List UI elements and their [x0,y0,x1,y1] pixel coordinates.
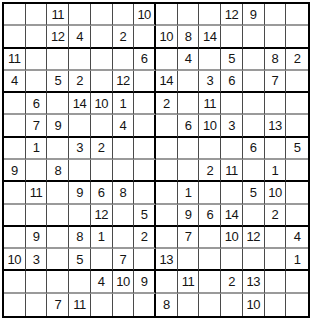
grid-cell[interactable] [26,271,48,293]
grid-cell[interactable] [4,93,26,115]
grid-cell[interactable]: 2 [134,227,156,249]
grid-cell[interactable]: 8 [178,26,200,48]
grid-cell[interactable]: 5 [243,182,265,204]
grid-cell[interactable]: 6 [26,93,48,115]
grid-cell[interactable] [26,205,48,227]
grid-cell[interactable]: 5 [134,205,156,227]
grid-cell[interactable]: 14 [156,71,178,93]
grid-cell[interactable]: 4 [286,227,308,249]
grid-cell[interactable] [156,115,178,137]
grid-cell[interactable]: 8 [265,49,287,71]
grid-cell[interactable]: 6 [221,71,243,93]
grid-cell[interactable]: 3 [221,115,243,137]
grid-cell[interactable] [199,4,221,26]
grid-cell[interactable] [178,138,200,160]
grid-cell[interactable] [91,115,113,137]
grid-cell[interactable] [69,4,91,26]
grid-cell[interactable] [199,182,221,204]
grid-cell[interactable] [91,160,113,182]
grid-cell[interactable]: 2 [286,49,308,71]
grid-cell[interactable] [243,26,265,48]
grid-cell[interactable] [243,71,265,93]
grid-cell[interactable]: 3 [199,71,221,93]
grid-cell[interactable] [265,294,287,316]
grid-cell[interactable] [113,138,135,160]
grid-cell[interactable]: 12 [91,205,113,227]
grid-cell[interactable] [26,294,48,316]
grid-cell[interactable] [286,26,308,48]
grid-cell[interactable] [134,26,156,48]
grid-cell[interactable] [243,115,265,137]
grid-cell[interactable] [26,71,48,93]
grid-cell[interactable]: 10 [265,182,287,204]
grid-cell[interactable]: 10 [113,271,135,293]
grid-cell[interactable] [178,160,200,182]
grid-cell[interactable]: 11 [178,271,200,293]
grid-cell[interactable]: 9 [178,205,200,227]
grid-cell[interactable]: 2 [91,138,113,160]
grid-cell[interactable]: 7 [47,294,69,316]
grid-cell[interactable]: 9 [4,160,26,182]
grid-cell[interactable]: 2 [265,205,287,227]
grid-cell[interactable] [286,4,308,26]
grid-cell[interactable] [221,26,243,48]
grid-cell[interactable]: 7 [265,71,287,93]
grid-cell[interactable] [134,160,156,182]
grid-cell[interactable]: 13 [243,271,265,293]
grid-cell[interactable] [265,26,287,48]
grid-cell[interactable] [156,205,178,227]
grid-cell[interactable] [4,205,26,227]
grid-cell[interactable] [178,4,200,26]
grid-cell[interactable] [4,271,26,293]
grid-cell[interactable] [156,160,178,182]
grid-cell[interactable]: 2 [221,271,243,293]
grid-cell[interactable] [156,182,178,204]
grid-cell[interactable] [113,4,135,26]
grid-cell[interactable] [113,205,135,227]
grid-cell[interactable] [221,182,243,204]
grid-cell[interactable]: 8 [69,227,91,249]
grid-cell[interactable] [221,294,243,316]
grid-cell[interactable] [91,249,113,271]
grid-cell[interactable]: 1 [286,249,308,271]
grid-cell[interactable] [69,49,91,71]
grid-cell[interactable]: 14 [199,26,221,48]
grid-cell[interactable]: 6 [199,205,221,227]
grid-cell[interactable]: 4 [69,26,91,48]
grid-cell[interactable] [26,49,48,71]
grid-cell[interactable] [91,294,113,316]
grid-cell[interactable]: 8 [113,182,135,204]
grid-cell[interactable] [26,160,48,182]
grid-cell[interactable]: 11 [26,182,48,204]
grid-cell[interactable]: 2 [69,71,91,93]
grid-cell[interactable]: 7 [26,115,48,137]
grid-cell[interactable] [199,49,221,71]
grid-cell[interactable] [199,271,221,293]
grid-cell[interactable]: 2 [113,26,135,48]
grid-cell[interactable]: 6 [243,138,265,160]
grid-cell[interactable] [178,249,200,271]
grid-cell[interactable]: 10 [221,227,243,249]
grid-cell[interactable]: 10 [156,26,178,48]
grid-cell[interactable]: 7 [113,249,135,271]
grid-cell[interactable]: 9 [47,115,69,137]
grid-cell[interactable] [113,160,135,182]
grid-cell[interactable]: 4 [4,71,26,93]
grid-cell[interactable] [156,138,178,160]
grid-cell[interactable] [178,294,200,316]
grid-cell[interactable] [69,271,91,293]
grid-cell[interactable] [47,93,69,115]
grid-cell[interactable]: 11 [69,294,91,316]
grid-cell[interactable]: 4 [91,271,113,293]
grid-cell[interactable] [4,227,26,249]
grid-cell[interactable]: 6 [91,182,113,204]
grid-cell[interactable] [265,271,287,293]
grid-cell[interactable] [69,160,91,182]
grid-cell[interactable]: 10 [243,294,265,316]
grid-cell[interactable]: 1 [26,138,48,160]
grid-cell[interactable] [243,49,265,71]
grid-cell[interactable] [47,271,69,293]
grid-cell[interactable]: 12 [243,227,265,249]
grid-cell[interactable] [91,71,113,93]
grid-cell[interactable]: 9 [243,4,265,26]
grid-cell[interactable] [47,138,69,160]
grid-cell[interactable] [178,71,200,93]
grid-cell[interactable] [134,93,156,115]
grid-cell[interactable]: 1 [178,182,200,204]
grid-cell[interactable] [47,249,69,271]
grid-cell[interactable] [265,227,287,249]
grid-cell[interactable] [265,249,287,271]
grid-cell[interactable]: 12 [47,26,69,48]
grid-cell[interactable]: 1 [113,93,135,115]
grid-cell[interactable] [265,138,287,160]
grid-cell[interactable] [286,71,308,93]
grid-cell[interactable] [134,138,156,160]
grid-cell[interactable] [113,227,135,249]
grid-cell[interactable] [286,271,308,293]
grid-cell[interactable] [156,227,178,249]
grid-cell[interactable]: 7 [178,227,200,249]
grid-cell[interactable] [199,249,221,271]
grid-cell[interactable]: 2 [156,93,178,115]
grid-cell[interactable]: 11 [221,160,243,182]
grid-cell[interactable]: 14 [221,205,243,227]
grid-cell[interactable]: 13 [156,249,178,271]
grid-cell[interactable] [26,26,48,48]
grid-cell[interactable] [286,182,308,204]
grid-cell[interactable] [134,249,156,271]
grid-cell[interactable]: 5 [286,138,308,160]
grid-cell[interactable] [91,49,113,71]
grid-cell[interactable] [265,93,287,115]
grid-cell[interactable]: 14 [69,93,91,115]
grid-cell[interactable] [221,249,243,271]
grid-cell[interactable]: 9 [134,271,156,293]
grid-cell[interactable]: 11 [199,93,221,115]
grid-cell[interactable]: 10 [4,249,26,271]
grid-cell[interactable]: 10 [91,93,113,115]
grid-cell[interactable]: 12 [113,71,135,93]
grid-cell[interactable]: 12 [221,4,243,26]
grid-cell[interactable]: 5 [69,249,91,271]
grid-cell[interactable] [286,205,308,227]
grid-cell[interactable] [113,49,135,71]
grid-cell[interactable]: 9 [69,182,91,204]
grid-cell[interactable]: 5 [47,71,69,93]
grid-cell[interactable]: 4 [178,49,200,71]
grid-cell[interactable] [4,4,26,26]
grid-cell[interactable] [91,4,113,26]
grid-cell[interactable] [47,205,69,227]
grid-cell[interactable]: 6 [134,49,156,71]
grid-cell[interactable] [26,4,48,26]
grid-cell[interactable] [156,271,178,293]
grid-cell[interactable] [221,138,243,160]
grid-cell[interactable] [286,115,308,137]
grid-cell[interactable] [134,294,156,316]
grid-cell[interactable] [243,205,265,227]
grid-cell[interactable]: 6 [178,115,200,137]
grid-cell[interactable]: 1 [91,227,113,249]
grid-cell[interactable] [4,294,26,316]
grid-cell[interactable] [156,4,178,26]
grid-cell[interactable] [134,115,156,137]
grid-cell[interactable]: 13 [265,115,287,137]
grid-cell[interactable] [265,4,287,26]
grid-cell[interactable]: 9 [26,227,48,249]
grid-cell[interactable] [134,71,156,93]
grid-cell[interactable] [134,182,156,204]
grid-cell[interactable]: 4 [113,115,135,137]
sudoku-board: 1110129124210814116458245212143676141012… [2,2,310,318]
grid-cell[interactable]: 8 [47,160,69,182]
grid-cell[interactable]: 5 [221,49,243,71]
grid-cell[interactable] [4,138,26,160]
grid-cell[interactable] [243,249,265,271]
grid-cell[interactable] [286,294,308,316]
grid-cell[interactable] [243,93,265,115]
grid-cell[interactable] [69,205,91,227]
grid-cell[interactable]: 11 [47,4,69,26]
grid-cell[interactable] [156,49,178,71]
grid-cell[interactable] [199,227,221,249]
grid-cell[interactable] [243,160,265,182]
grid-cell[interactable] [199,138,221,160]
grid-cell[interactable] [47,49,69,71]
grid-cell[interactable] [4,182,26,204]
grid-cell[interactable] [113,294,135,316]
grid-cell[interactable] [286,160,308,182]
grid-cell[interactable] [4,115,26,137]
grid-cell[interactable]: 10 [199,115,221,137]
grid-cell[interactable] [199,294,221,316]
grid-cell[interactable] [286,93,308,115]
grid-cell[interactable]: 1 [265,160,287,182]
grid-cell[interactable]: 8 [156,294,178,316]
grid-cell[interactable] [47,227,69,249]
grid-cell[interactable] [178,93,200,115]
grid-cell[interactable] [69,115,91,137]
grid-cell[interactable] [4,26,26,48]
grid-cell[interactable]: 2 [199,160,221,182]
grid-cell[interactable]: 3 [69,138,91,160]
grid-cell[interactable] [47,182,69,204]
grid-cell[interactable]: 11 [4,49,26,71]
grid-cell[interactable]: 3 [26,249,48,271]
grid-cell[interactable] [221,93,243,115]
grid-cell[interactable] [91,26,113,48]
grid-cell[interactable]: 10 [134,4,156,26]
